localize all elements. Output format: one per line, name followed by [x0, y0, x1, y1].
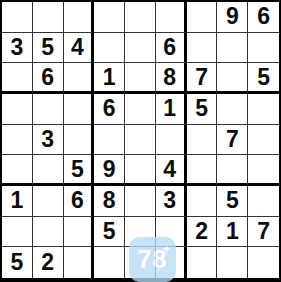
cell-r1c1[interactable]	[2, 2, 33, 33]
cell-r9c4[interactable]	[94, 247, 125, 278]
cell-r8c6[interactable]	[156, 217, 187, 248]
cell-r8c5[interactable]	[125, 217, 156, 248]
cell-r7c8[interactable]: 5	[217, 186, 248, 217]
cell-r2c6[interactable]: 6	[156, 33, 187, 64]
cell-r5c1[interactable]	[2, 125, 33, 156]
cell-r9c2[interactable]: 2	[33, 247, 64, 278]
cell-r4c7[interactable]: 5	[187, 94, 218, 125]
cell-r5c4[interactable]	[94, 125, 125, 156]
cell-r8c7[interactable]: 2	[187, 217, 218, 248]
cell-r9c5[interactable]	[125, 247, 156, 278]
cell-r7c9[interactable]	[248, 186, 279, 217]
cell-r6c9[interactable]	[248, 155, 279, 186]
cell-r9c1[interactable]: 5	[2, 247, 33, 278]
cell-r8c1[interactable]	[2, 217, 33, 248]
cell-r9c9[interactable]	[248, 247, 279, 278]
cell-r2c2[interactable]: 5	[33, 33, 64, 64]
cell-r6c7[interactable]	[187, 155, 218, 186]
cell-r6c6[interactable]: 4	[156, 155, 187, 186]
cell-r7c3[interactable]: 6	[64, 186, 95, 217]
cell-r4c6[interactable]: 1	[156, 94, 187, 125]
cell-r2c9[interactable]	[248, 33, 279, 64]
cell-r3c2[interactable]: 6	[33, 63, 64, 94]
cell-r6c1[interactable]	[2, 155, 33, 186]
cell-r5c8[interactable]: 7	[217, 125, 248, 156]
cell-r7c6[interactable]: 3	[156, 186, 187, 217]
cell-r8c2[interactable]	[33, 217, 64, 248]
cell-r5c6[interactable]	[156, 125, 187, 156]
cell-r5c5[interactable]	[125, 125, 156, 156]
cell-r6c4[interactable]: 9	[94, 155, 125, 186]
sudoku-grid: 963546618756153759416835521752	[2, 2, 279, 278]
cell-r1c9[interactable]: 6	[248, 2, 279, 33]
cell-r3c8[interactable]	[217, 63, 248, 94]
cell-r4c1[interactable]	[2, 94, 33, 125]
cell-r1c5[interactable]	[125, 2, 156, 33]
cell-r5c7[interactable]	[187, 125, 218, 156]
cell-r1c7[interactable]	[187, 2, 218, 33]
cell-r4c8[interactable]	[217, 94, 248, 125]
cell-r7c7[interactable]	[187, 186, 218, 217]
cell-r3c5[interactable]	[125, 63, 156, 94]
cell-r3c3[interactable]	[64, 63, 95, 94]
cell-r7c4[interactable]: 8	[94, 186, 125, 217]
cell-r2c4[interactable]	[94, 33, 125, 64]
cell-r3c4[interactable]: 1	[94, 63, 125, 94]
cell-r4c5[interactable]	[125, 94, 156, 125]
cell-r8c4[interactable]: 5	[94, 217, 125, 248]
cell-r5c9[interactable]	[248, 125, 279, 156]
cell-r6c3[interactable]: 5	[64, 155, 95, 186]
cell-r1c2[interactable]	[33, 2, 64, 33]
cell-r3c7[interactable]: 7	[187, 63, 218, 94]
cell-r8c3[interactable]	[64, 217, 95, 248]
cell-r8c9[interactable]: 7	[248, 217, 279, 248]
cell-r5c2[interactable]: 3	[33, 125, 64, 156]
cell-r3c9[interactable]: 5	[248, 63, 279, 94]
cell-r1c6[interactable]	[156, 2, 187, 33]
cell-r9c6[interactable]	[156, 247, 187, 278]
cell-r8c8[interactable]: 1	[217, 217, 248, 248]
cell-r6c5[interactable]	[125, 155, 156, 186]
cell-r2c5[interactable]	[125, 33, 156, 64]
cell-r2c8[interactable]	[217, 33, 248, 64]
cell-r5c3[interactable]	[64, 125, 95, 156]
cell-r4c2[interactable]	[33, 94, 64, 125]
cell-r4c3[interactable]	[64, 94, 95, 125]
cell-r3c1[interactable]	[2, 63, 33, 94]
cell-r6c2[interactable]	[33, 155, 64, 186]
cell-r9c7[interactable]	[187, 247, 218, 278]
cell-r4c4[interactable]: 6	[94, 94, 125, 125]
cell-r2c7[interactable]	[187, 33, 218, 64]
cell-r9c8[interactable]	[217, 247, 248, 278]
cell-r2c3[interactable]: 4	[64, 33, 95, 64]
cell-r9c3[interactable]	[64, 247, 95, 278]
sudoku-board: 963546618756153759416835521752 78 ✦	[0, 0, 281, 282]
cell-r1c8[interactable]: 9	[217, 2, 248, 33]
cell-r3c6[interactable]: 8	[156, 63, 187, 94]
cell-r1c3[interactable]	[64, 2, 95, 33]
cell-r2c1[interactable]: 3	[2, 33, 33, 64]
cell-r7c2[interactable]	[33, 186, 64, 217]
cell-r4c9[interactable]	[248, 94, 279, 125]
cell-r6c8[interactable]	[217, 155, 248, 186]
cell-r1c4[interactable]	[94, 2, 125, 33]
cell-r7c1[interactable]: 1	[2, 186, 33, 217]
cell-r7c5[interactable]	[125, 186, 156, 217]
